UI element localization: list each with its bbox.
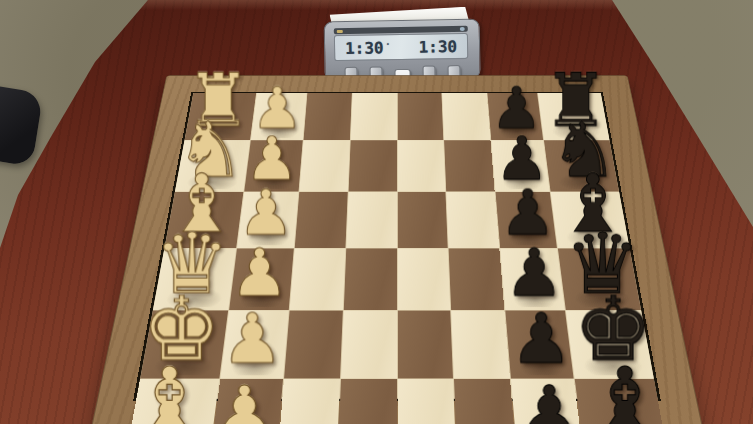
clock-buttons <box>325 65 479 89</box>
black-time: 1:30 <box>418 37 457 57</box>
chess-clock: 1:30 · 1:30 <box>323 5 478 80</box>
photo-scene: 1:30 · 1:30 ♜♟♟♜♞♟♟♞♝♟♟♝♛♟♟♛♚♟♟♚♝♟♟♝♞♟♟♞… <box>0 0 753 424</box>
clock-button-1[interactable] <box>344 67 357 88</box>
clock-button-center[interactable] <box>394 69 410 85</box>
clock-button-3[interactable] <box>422 65 435 86</box>
clock-body: 1:30 · 1:30 <box>324 19 481 82</box>
sound-icon <box>460 27 465 31</box>
clock-display: 1:30 · 1:30 <box>334 33 468 61</box>
clock-button-4[interactable] <box>447 65 460 86</box>
battery-icon <box>337 30 343 33</box>
turn-marker-icon: · <box>385 39 391 49</box>
clock-button-2[interactable] <box>369 66 382 87</box>
white-time: 1:30 <box>345 38 384 58</box>
